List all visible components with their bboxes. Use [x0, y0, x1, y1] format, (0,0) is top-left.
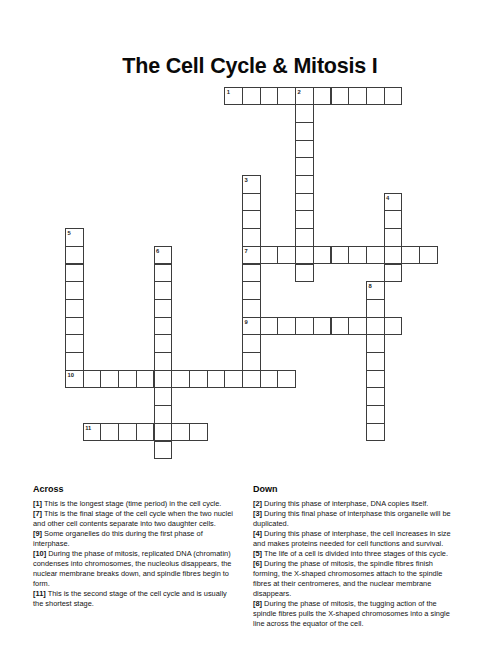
grid-cell[interactable] — [366, 334, 385, 353]
grid-cell[interactable]: 7 — [242, 246, 261, 265]
grid-cell[interactable] — [136, 423, 155, 442]
grid-cell[interactable] — [277, 317, 296, 336]
grid-cell[interactable] — [154, 441, 173, 460]
grid-cell[interactable] — [384, 264, 403, 283]
grid-cell[interactable] — [171, 423, 190, 442]
grid-cell[interactable]: 3 — [242, 175, 261, 194]
grid-cell[interactable] — [154, 281, 173, 300]
grid-cell[interactable]: 5 — [65, 228, 84, 247]
grid-cell[interactable] — [83, 370, 102, 389]
clue: [7] This is the final stage of the cell … — [33, 509, 253, 529]
grid-cell[interactable] — [366, 352, 385, 371]
grid-cell[interactable] — [242, 264, 261, 283]
down-clue-list: [2] During this phase of interphase, DNA… — [253, 499, 473, 629]
cell-number: 9 — [245, 319, 248, 325]
grid-cell[interactable] — [224, 370, 243, 389]
grid-cell[interactable] — [242, 193, 261, 212]
grid-cell[interactable] — [136, 370, 155, 389]
grid-cell[interactable] — [65, 352, 84, 371]
grid-cell[interactable] — [366, 299, 385, 318]
cell-number: 4 — [386, 195, 389, 201]
clue: [5] The life of a cell is divided into t… — [253, 549, 473, 559]
grid-cell[interactable]: 6 — [154, 246, 173, 265]
grid-cell[interactable] — [118, 423, 137, 442]
grid-cell[interactable] — [260, 246, 279, 265]
grid-cell[interactable] — [242, 370, 261, 389]
grid-cell[interactable] — [118, 370, 137, 389]
grid-cell[interactable] — [154, 352, 173, 371]
grid-cell[interactable] — [384, 210, 403, 229]
grid-cell[interactable] — [331, 317, 350, 336]
grid-cell[interactable]: 4 — [384, 193, 403, 212]
grid-cell[interactable] — [65, 299, 84, 318]
crossword-grid: 1234567891011 — [0, 0, 500, 480]
grid-cell[interactable] — [348, 317, 367, 336]
cell-number: 10 — [68, 372, 74, 378]
grid-cell[interactable] — [154, 387, 173, 406]
grid-cell[interactable] — [242, 281, 261, 300]
grid-cell[interactable] — [366, 423, 385, 442]
clue: [11] This is the second stage of the cel… — [33, 589, 253, 609]
clue-label: [11] — [33, 589, 46, 598]
grid-cell[interactable] — [366, 370, 385, 389]
clue-label: [3] — [253, 509, 262, 518]
grid-cell[interactable] — [154, 334, 173, 353]
grid-cell[interactable] — [277, 87, 296, 106]
clue: [8] During the phase of mitosis, the tug… — [253, 599, 473, 629]
grid-cell[interactable] — [65, 264, 84, 283]
grid-cell[interactable]: 8 — [366, 281, 385, 300]
grid-cell[interactable]: 10 — [65, 370, 84, 389]
across-clues: Across [1] This is the longest stage (ti… — [33, 485, 253, 609]
grid-cell[interactable] — [295, 122, 314, 141]
grid-cell[interactable] — [348, 87, 367, 106]
clue-label: [1] — [33, 499, 42, 508]
grid-cell[interactable] — [366, 246, 385, 265]
grid-cell[interactable] — [65, 281, 84, 300]
grid-cell[interactable] — [242, 299, 261, 318]
grid-cell[interactable] — [154, 405, 173, 424]
grid-cell[interactable] — [260, 87, 279, 106]
grid-cell[interactable] — [277, 246, 296, 265]
grid-cell[interactable] — [295, 264, 314, 283]
grid-cell[interactable] — [313, 246, 332, 265]
grid-cell[interactable] — [242, 87, 261, 106]
grid-cell[interactable]: 11 — [83, 423, 102, 442]
cell-number: 7 — [245, 248, 248, 254]
grid-cell[interactable] — [189, 370, 208, 389]
grid-cell[interactable] — [65, 317, 84, 336]
grid-cell[interactable] — [366, 387, 385, 406]
grid-cell[interactable] — [242, 352, 261, 371]
grid-cell[interactable] — [207, 370, 226, 389]
cell-number: 11 — [85, 425, 91, 431]
grid-cell[interactable] — [277, 370, 296, 389]
grid-cell[interactable] — [154, 370, 173, 389]
grid-cell[interactable] — [295, 140, 314, 159]
clue: [3] During this final phase of interphas… — [253, 509, 473, 529]
grid-cell[interactable] — [154, 264, 173, 283]
grid-cell[interactable] — [366, 317, 385, 336]
grid-cell[interactable] — [260, 317, 279, 336]
across-heading: Across — [33, 485, 253, 494]
grid-cell[interactable] — [295, 317, 314, 336]
cell-number: 6 — [156, 248, 159, 254]
cell-number: 1 — [227, 89, 230, 95]
clue: [10] During the phase of mitosis, replic… — [33, 549, 253, 589]
grid-cell[interactable] — [154, 299, 173, 318]
grid-cell[interactable]: 9 — [242, 317, 261, 336]
grid-cell[interactable] — [384, 317, 403, 336]
down-heading: Down — [253, 485, 473, 494]
grid-cell[interactable] — [348, 246, 367, 265]
clue-label: [8] — [253, 599, 262, 608]
cell-number: 8 — [368, 283, 371, 289]
grid-cell[interactable] — [154, 317, 173, 336]
grid-cell[interactable] — [401, 246, 420, 265]
grid-cell[interactable] — [242, 228, 261, 247]
cell-number: 2 — [298, 89, 301, 95]
grid-cell[interactable] — [331, 87, 350, 106]
grid-cell[interactable] — [295, 157, 314, 176]
grid-cell[interactable] — [295, 246, 314, 265]
grid-cell[interactable] — [419, 246, 438, 265]
grid-cell[interactable] — [154, 423, 173, 442]
clue-label: [6] — [253, 559, 262, 568]
grid-cell[interactable] — [260, 370, 279, 389]
grid-cell[interactable] — [242, 334, 261, 353]
down-clues: Down [2] During this phase of interphase… — [253, 485, 473, 629]
clue: [1] This is the longest stage (time peri… — [33, 499, 253, 509]
grid-cell[interactable] — [366, 405, 385, 424]
grid-cell[interactable] — [189, 423, 208, 442]
clue-label: [2] — [253, 499, 262, 508]
clue-label: [5] — [253, 549, 262, 558]
grid-cell[interactable] — [295, 210, 314, 229]
clue-label: [7] — [33, 509, 42, 518]
grid-cell[interactable] — [295, 104, 314, 123]
grid-cell[interactable] — [100, 423, 119, 442]
grid-cell[interactable] — [331, 246, 350, 265]
grid-cell[interactable] — [100, 370, 119, 389]
clue-label: [10] — [33, 549, 46, 558]
grid-cell[interactable]: 1 — [224, 87, 243, 106]
cell-number: 5 — [68, 230, 71, 236]
grid-cell[interactable] — [384, 228, 403, 247]
grid-cell[interactable] — [65, 246, 84, 265]
grid-cell[interactable] — [295, 228, 314, 247]
clue: [4] During this phase of interphase, the… — [253, 529, 473, 549]
across-clue-list: [1] This is the longest stage (time peri… — [33, 499, 253, 609]
grid-cell[interactable] — [171, 370, 190, 389]
clue: [9] Some organelles do this during the f… — [33, 529, 253, 549]
grid-cell[interactable] — [65, 334, 84, 353]
clue: [2] During this phase of interphase, DNA… — [253, 499, 473, 509]
grid-cell[interactable] — [384, 246, 403, 265]
grid-cell[interactable] — [313, 87, 332, 106]
grid-cell[interactable] — [242, 210, 261, 229]
grid-cell[interactable] — [313, 317, 332, 336]
grid-cell[interactable] — [366, 87, 385, 106]
clue-label: [4] — [253, 529, 262, 538]
grid-cell[interactable] — [384, 87, 403, 106]
cell-number: 3 — [245, 177, 248, 183]
grid-cell[interactable] — [295, 193, 314, 212]
grid-cell[interactable] — [295, 175, 314, 194]
clue-label: [9] — [33, 529, 42, 538]
clue: [6] During the phase of mitosis, the spi… — [253, 559, 473, 599]
page: { "game": "crossword", "title": "The Cel… — [0, 0, 500, 647]
grid-cell[interactable]: 2 — [295, 87, 314, 106]
